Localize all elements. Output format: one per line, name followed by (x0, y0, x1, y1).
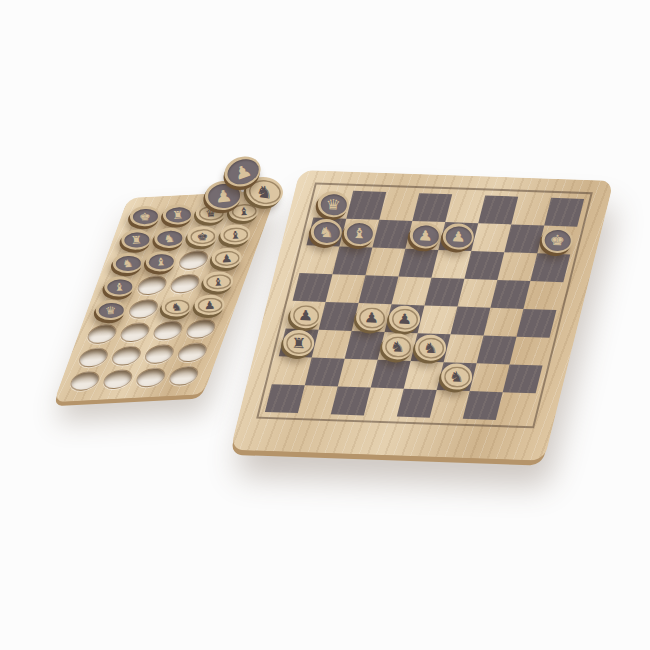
piece-face: ♟ (358, 307, 385, 329)
tray-hole (126, 298, 161, 319)
piece-tray: ♚♜♛♝♜♞♚♝♞♝♟♝♝♛♞♟ (54, 190, 278, 402)
square-h8[interactable] (544, 198, 584, 227)
tray-hole (68, 370, 103, 391)
piece-face: ♟ (214, 250, 240, 266)
tray-hole (85, 323, 120, 344)
chess-board: ♛♞♝♟♟♚♟♟♟♜♞♞♞ (230, 170, 614, 461)
piece-face: ♟ (412, 224, 439, 246)
piece-glyph-p-icon: ♟ (450, 229, 466, 243)
piece-face: ♞ (164, 298, 190, 314)
square-h3[interactable] (510, 337, 550, 366)
piece-face: ♜ (165, 206, 191, 222)
piece-glyph-q-icon: ♛ (105, 304, 117, 315)
piece-glyph-r-icon: ♜ (172, 209, 184, 220)
square-h6[interactable] (530, 253, 570, 282)
product-photo-scene: ♚♜♛♝♜♞♚♝♞♝♟♝♝♛♞♟ ♛♞♝♟♟♚♟♟♟♜♞♞♞ ♟♟♞ (0, 0, 650, 650)
tray-hole (76, 347, 111, 368)
piece-glyph-b-icon: ♝ (155, 256, 167, 267)
piece-glyph-r-icon: ♜ (130, 234, 142, 245)
piece-disc-bR[interactable]: ♜ (162, 204, 193, 226)
tray-hole (184, 318, 219, 339)
tray-hole (151, 320, 186, 341)
square-h4[interactable] (517, 309, 557, 338)
piece-disc-wP[interactable]: ♟ (290, 302, 322, 329)
piece-face: ♝ (222, 226, 248, 242)
piece-glyph-k-icon: ♚ (196, 231, 208, 242)
piece-glyph-n-icon: ♞ (163, 232, 175, 243)
piece-disc-wN[interactable]: ♞ (161, 296, 192, 318)
piece-glyph-b-icon: ♝ (352, 226, 368, 240)
piece-disc-bP[interactable]: ♟ (442, 223, 474, 250)
piece-disc-bN[interactable]: ♞ (310, 218, 342, 245)
tray-hole (135, 274, 170, 295)
piece-face: ♚ (132, 208, 158, 224)
piece-disc-bN[interactable]: ♞ (112, 252, 143, 274)
piece-glyph-q-icon: ♛ (325, 197, 341, 211)
piece-disc-wN[interactable]: ♞ (415, 334, 447, 361)
chess-board-surface: ♛♞♝♟♟♚♟♟♟♜♞♞♞ (230, 170, 614, 461)
tray-hole (166, 365, 201, 386)
piece-face: ♜ (123, 231, 149, 247)
piece-disc-wB[interactable]: ♝ (220, 224, 251, 246)
square-h2[interactable] (503, 364, 543, 393)
piece-face: ♟ (391, 308, 418, 330)
board-frame-line: ♛♞♝♟♟♚♟♟♟♜♞♞♞ (256, 183, 593, 429)
tray-hole (101, 368, 136, 389)
piece-face: ♞ (384, 336, 411, 358)
piece-glyph-p-icon: ♟ (203, 299, 215, 310)
tray-hole (118, 321, 153, 342)
piece-glyph-p-icon: ♟ (221, 252, 233, 263)
piece-disc-bB[interactable]: ♝ (104, 276, 135, 298)
piece-disc-bK[interactable]: ♚ (129, 205, 160, 227)
board-grid: ♛♞♝♟♟♚♟♟♟♜♞♞♞ (265, 190, 584, 421)
piece-face: ♝ (106, 278, 132, 294)
piece-face: ♟ (292, 304, 319, 326)
piece-disc-wB[interactable]: ♝ (203, 271, 234, 293)
piece-disc-bN[interactable]: ♞ (154, 227, 185, 249)
piece-face: ♝ (346, 222, 373, 244)
piece-face: ♞ (115, 255, 141, 271)
piece-glyph-b-icon: ♝ (229, 229, 241, 240)
piece-face: ♚ (544, 229, 571, 251)
piece-disc-wN[interactable]: ♞ (441, 363, 473, 390)
piece-glyph-n-icon: ♞ (254, 182, 274, 201)
piece-face: ♚ (189, 228, 215, 244)
piece-face: ♞ (417, 337, 444, 359)
piece-face: ♞ (443, 366, 470, 388)
piece-tray-board: ♚♜♛♝♜♞♚♝♞♝♟♝♝♛♞♟ (54, 190, 278, 402)
piece-glyph-k-icon: ♚ (549, 233, 565, 247)
piece-face: ♞ (313, 221, 340, 243)
piece-disc-wK[interactable]: ♚ (187, 225, 218, 247)
piece-disc-wP[interactable]: ♟ (194, 294, 225, 316)
tray-grid: ♚♜♛♝♜♞♚♝♞♝♟♝♝♛♞♟ (65, 199, 267, 393)
piece-glyph-n-icon: ♞ (449, 369, 465, 383)
tray-hole (175, 341, 210, 362)
tray-hole (133, 367, 168, 388)
piece-face: ♟ (445, 226, 472, 248)
tray-hole (176, 249, 211, 270)
piece-face: ♛ (98, 302, 124, 318)
piece-face: ♜ (285, 332, 312, 354)
piece-glyph-n-icon: ♞ (423, 340, 439, 354)
piece-face: ♞ (156, 230, 182, 246)
piece-disc-wR[interactable]: ♜ (283, 330, 315, 357)
piece-disc-bP[interactable]: ♟ (409, 222, 441, 249)
piece-face: ♝ (148, 253, 174, 269)
piece-glyph-p-icon: ♟ (417, 228, 433, 242)
square-h1[interactable] (496, 392, 536, 421)
tray-hole (142, 343, 177, 364)
piece-disc-wP[interactable]: ♟ (389, 305, 421, 332)
piece-face: ♝ (205, 273, 231, 289)
tray-hole (109, 345, 144, 366)
piece-glyph-r-icon: ♜ (291, 336, 307, 350)
piece-face: ♟ (197, 297, 223, 313)
piece-glyph-p-icon: ♟ (298, 308, 314, 322)
piece-glyph-n-icon: ♞ (122, 257, 134, 268)
piece-disc-bB[interactable]: ♝ (343, 220, 375, 247)
piece-glyph-p-icon: ♟ (397, 312, 413, 326)
piece-disc-bR[interactable]: ♜ (121, 229, 152, 251)
piece-glyph-k-icon: ♚ (139, 211, 151, 222)
piece-glyph-b-icon: ♝ (113, 281, 125, 292)
piece-disc-wP[interactable]: ♟ (211, 247, 242, 269)
piece-glyph-n-icon: ♞ (171, 301, 183, 312)
piece-glyph-n-icon: ♞ (319, 225, 335, 239)
piece-face: ♛ (320, 193, 347, 215)
piece-glyph-b-icon: ♝ (212, 276, 224, 287)
piece-glyph-p-icon: ♟ (231, 161, 253, 183)
piece-glyph-p-icon: ♟ (364, 310, 380, 324)
piece-disc-wN[interactable]: ♞ (382, 333, 414, 360)
piece-disc-bK[interactable]: ♚ (541, 226, 573, 253)
square-h7[interactable]: ♚ (537, 226, 577, 255)
piece-glyph-n-icon: ♞ (390, 339, 406, 353)
piece-disc-wP[interactable]: ♟ (356, 304, 388, 331)
piece-disc-bB[interactable]: ♝ (145, 251, 176, 273)
piece-disc-bQ[interactable]: ♛ (317, 191, 349, 218)
tray-hole (168, 273, 203, 294)
piece-disc-bQ[interactable]: ♛ (95, 299, 126, 321)
square-h5[interactable] (523, 281, 563, 310)
